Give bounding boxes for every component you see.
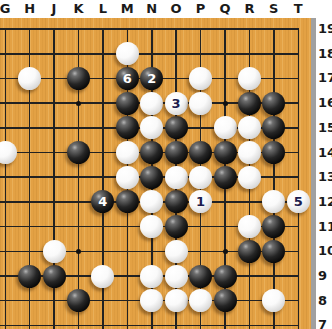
black-stone-S10[interactable] xyxy=(262,240,285,263)
move-number-6: 6 xyxy=(123,72,132,85)
white-stone-O8[interactable] xyxy=(165,289,188,312)
black-stone-S16[interactable] xyxy=(262,92,285,115)
row-label-19: 19 xyxy=(318,21,332,37)
black-stone-M15[interactable] xyxy=(116,116,139,139)
grid-line-row-18 xyxy=(0,53,299,55)
column-label-P: P xyxy=(191,1,211,16)
go-board[interactable]: 624315 xyxy=(0,18,311,329)
white-stone-O13[interactable] xyxy=(165,166,188,189)
white-stone-N9[interactable] xyxy=(140,265,163,288)
move-number-4: 4 xyxy=(98,195,107,208)
white-stone-P17[interactable] xyxy=(189,67,212,90)
black-stone-Q14[interactable] xyxy=(214,141,237,164)
black-stone-Q8[interactable] xyxy=(214,289,237,312)
white-stone-R17[interactable] xyxy=(238,67,261,90)
black-stone-Q13[interactable] xyxy=(214,166,237,189)
white-stone-J10[interactable] xyxy=(43,240,66,263)
black-stone-K14[interactable] xyxy=(67,141,90,164)
white-stone-N8[interactable] xyxy=(140,289,163,312)
row-label-14: 14 xyxy=(318,145,332,161)
white-stone-R13[interactable] xyxy=(238,166,261,189)
star-point-Q10 xyxy=(223,249,228,254)
move-number-5: 5 xyxy=(294,195,303,208)
white-stone-R15[interactable] xyxy=(238,116,261,139)
grid-line-col-G xyxy=(5,29,7,329)
white-stone-R14[interactable] xyxy=(238,141,261,164)
row-label-16: 16 xyxy=(318,95,332,111)
black-stone-L12[interactable]: 4 xyxy=(91,190,114,213)
white-stone-H17[interactable] xyxy=(18,67,41,90)
row-label-13: 13 xyxy=(318,169,332,185)
column-label-K: K xyxy=(69,1,89,16)
grid-line-col-T xyxy=(298,29,300,329)
column-label-L: L xyxy=(93,1,113,16)
black-stone-R16[interactable] xyxy=(238,92,261,115)
move-number-1: 1 xyxy=(196,195,205,208)
column-label-N: N xyxy=(142,1,162,16)
black-stone-K8[interactable] xyxy=(67,289,90,312)
go-diagram: 624315 GHJKLMNOPQRST 1918171615141312111… xyxy=(0,0,332,329)
white-stone-S12[interactable] xyxy=(262,190,285,213)
row-label-18: 18 xyxy=(318,46,332,62)
black-stone-O14[interactable] xyxy=(165,141,188,164)
white-stone-O9[interactable] xyxy=(165,265,188,288)
column-label-R: R xyxy=(239,1,259,16)
black-stone-O11[interactable] xyxy=(165,215,188,238)
white-stone-R11[interactable] xyxy=(238,215,261,238)
board-edge-shadow xyxy=(311,18,316,329)
column-label-Q: Q xyxy=(215,1,235,16)
column-label-G: G xyxy=(0,1,15,16)
move-number-3: 3 xyxy=(172,97,181,110)
black-stone-M12[interactable] xyxy=(116,190,139,213)
grid-line-col-S xyxy=(273,29,275,329)
row-label-15: 15 xyxy=(318,120,332,136)
black-stone-R10[interactable] xyxy=(238,240,261,263)
black-stone-O12[interactable] xyxy=(165,190,188,213)
grid-line-row-7 xyxy=(0,325,299,327)
white-stone-N15[interactable] xyxy=(140,116,163,139)
black-stone-K17[interactable] xyxy=(67,67,90,90)
row-label-17: 17 xyxy=(318,70,332,86)
black-stone-M16[interactable] xyxy=(116,92,139,115)
white-stone-N12[interactable] xyxy=(140,190,163,213)
black-stone-Q9[interactable] xyxy=(214,265,237,288)
white-stone-G14[interactable] xyxy=(0,141,17,164)
white-stone-M18[interactable] xyxy=(116,42,139,65)
black-stone-O15[interactable] xyxy=(165,116,188,139)
black-stone-S15[interactable] xyxy=(262,116,285,139)
white-stone-M13[interactable] xyxy=(116,166,139,189)
column-label-H: H xyxy=(20,1,40,16)
white-stone-T12[interactable]: 5 xyxy=(287,190,310,213)
black-stone-S11[interactable] xyxy=(262,215,285,238)
black-stone-N13[interactable] xyxy=(140,166,163,189)
column-label-O: O xyxy=(166,1,186,16)
black-stone-P9[interactable] xyxy=(189,265,212,288)
grid-line-row-19 xyxy=(0,28,299,30)
white-stone-M14[interactable] xyxy=(116,141,139,164)
white-stone-N16[interactable] xyxy=(140,92,163,115)
row-label-9: 9 xyxy=(318,268,332,284)
row-label-7: 7 xyxy=(318,317,332,329)
move-number-2: 2 xyxy=(147,72,156,85)
column-label-M: M xyxy=(117,1,137,16)
row-label-10: 10 xyxy=(318,243,332,259)
black-stone-N14[interactable] xyxy=(140,141,163,164)
white-stone-L9[interactable] xyxy=(91,265,114,288)
white-stone-P16[interactable] xyxy=(189,92,212,115)
star-point-Q16 xyxy=(223,101,228,106)
row-label-8: 8 xyxy=(318,293,332,309)
white-stone-O16[interactable]: 3 xyxy=(165,92,188,115)
row-label-12: 12 xyxy=(318,194,332,210)
white-stone-P13[interactable] xyxy=(189,166,212,189)
star-point-K16 xyxy=(76,101,81,106)
row-label-11: 11 xyxy=(318,219,332,235)
column-label-J: J xyxy=(44,1,64,16)
star-point-K10 xyxy=(76,249,81,254)
black-stone-P14[interactable] xyxy=(189,141,212,164)
white-stone-O10[interactable] xyxy=(165,240,188,263)
black-stone-J9[interactable] xyxy=(43,265,66,288)
column-label-S: S xyxy=(264,1,284,16)
column-label-T: T xyxy=(288,1,308,16)
black-stone-N17[interactable]: 2 xyxy=(140,67,163,90)
white-stone-N11[interactable] xyxy=(140,215,163,238)
white-stone-S8[interactable] xyxy=(262,289,285,312)
white-stone-Q15[interactable] xyxy=(214,116,237,139)
black-stone-M17[interactable]: 6 xyxy=(116,67,139,90)
white-stone-P12[interactable]: 1 xyxy=(189,190,212,213)
black-stone-S14[interactable] xyxy=(262,141,285,164)
black-stone-H9[interactable] xyxy=(18,265,41,288)
white-stone-P8[interactable] xyxy=(189,289,212,312)
